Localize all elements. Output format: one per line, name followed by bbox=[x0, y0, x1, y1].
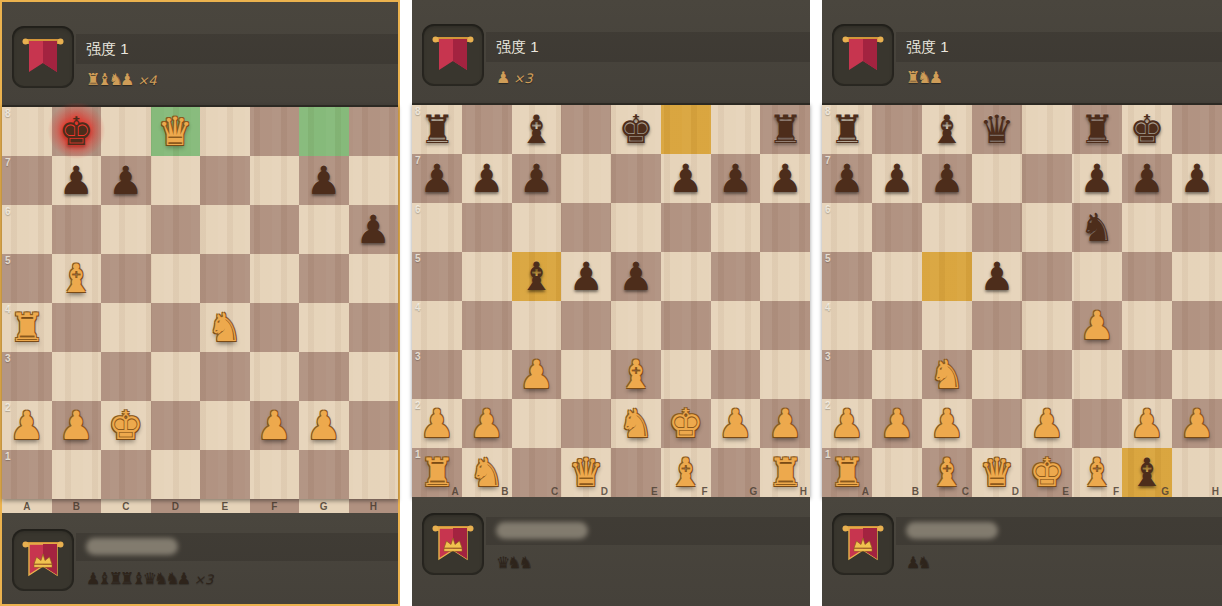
square-d4[interactable] bbox=[561, 301, 611, 350]
player-bar: ♟♝♜♜♝♛♞♞♟×3 bbox=[2, 513, 398, 604]
square-e1[interactable]: E bbox=[611, 448, 661, 497]
square-e2[interactable] bbox=[200, 401, 250, 450]
square-d5[interactable] bbox=[151, 254, 201, 303]
square-c6[interactable] bbox=[512, 203, 562, 252]
piece-black-pawn[interactable]: ♟ bbox=[512, 154, 562, 203]
square-g1[interactable]: G♝ bbox=[1122, 448, 1172, 497]
square-g2[interactable]: ♟ bbox=[1122, 399, 1172, 448]
square-g3[interactable] bbox=[1122, 350, 1172, 399]
square-d1[interactable]: D♛ bbox=[561, 448, 611, 497]
square-e7[interactable] bbox=[611, 154, 661, 203]
square-a3[interactable]: 3 bbox=[2, 352, 52, 401]
square-g5[interactable] bbox=[711, 252, 761, 301]
file-letter-strip: ABCDEFGH bbox=[2, 499, 398, 513]
square-f8[interactable] bbox=[250, 107, 300, 156]
rank-label-6: 6 bbox=[415, 204, 421, 215]
square-h8[interactable] bbox=[349, 107, 399, 156]
piece-black-pawn[interactable]: ♟ bbox=[711, 154, 761, 203]
square-a7[interactable]: 7♟ bbox=[412, 154, 462, 203]
rank-label-4: 4 bbox=[825, 302, 831, 313]
square-a2[interactable]: 2♟ bbox=[2, 401, 52, 450]
piece-black-king[interactable]: ♚ bbox=[611, 105, 661, 154]
square-d6[interactable] bbox=[561, 203, 611, 252]
square-e8[interactable]: ♚ bbox=[611, 105, 661, 154]
square-h3[interactable] bbox=[760, 350, 810, 399]
square-h6[interactable] bbox=[760, 203, 810, 252]
square-b1[interactable]: B bbox=[872, 448, 922, 497]
piece-white-rook[interactable]: ♜ bbox=[822, 448, 872, 497]
square-f8[interactable]: ♜ bbox=[1072, 105, 1122, 154]
piece-black-bishop[interactable]: ♝ bbox=[1122, 448, 1172, 497]
square-b8[interactable] bbox=[462, 105, 512, 154]
square-a2[interactable]: 2♟ bbox=[822, 399, 872, 448]
square-b1[interactable] bbox=[52, 450, 102, 499]
opponent-name: 强度 1 bbox=[896, 32, 1222, 62]
square-f1[interactable]: F♝ bbox=[1072, 448, 1122, 497]
square-f3[interactable] bbox=[250, 352, 300, 401]
opponent-avatar[interactable] bbox=[422, 24, 484, 86]
piece-black-pawn[interactable]: ♟ bbox=[872, 154, 922, 203]
square-a2[interactable]: 2♟ bbox=[412, 399, 462, 448]
square-h5[interactable] bbox=[1172, 252, 1222, 301]
square-b6[interactable] bbox=[52, 205, 102, 254]
piece-white-knight[interactable]: ♞ bbox=[922, 350, 972, 399]
square-e4[interactable]: ♞ bbox=[200, 303, 250, 352]
piece-white-bishop[interactable]: ♝ bbox=[922, 448, 972, 497]
piece-white-king[interactable]: ♚ bbox=[101, 401, 151, 450]
square-c8[interactable]: ♝ bbox=[512, 105, 562, 154]
square-d5[interactable]: ♟ bbox=[972, 252, 1022, 301]
square-d7[interactable] bbox=[972, 154, 1022, 203]
opponent-captured-row: ♜♞♟ bbox=[906, 68, 946, 87]
square-e8[interactable] bbox=[200, 107, 250, 156]
piece-black-rook[interactable]: ♜ bbox=[412, 105, 462, 154]
game-panel-2: 强度 1 ♟×3 8♜♝♚♜7♟♟♟♟♟♟65♝♟♟43♟♝2♟♟♞♚♟♟1A♜… bbox=[412, 0, 810, 606]
square-g5[interactable] bbox=[299, 254, 349, 303]
square-e5[interactable] bbox=[200, 254, 250, 303]
piece-black-pawn[interactable]: ♟ bbox=[561, 252, 611, 301]
square-c5[interactable] bbox=[101, 254, 151, 303]
square-d3[interactable] bbox=[151, 352, 201, 401]
square-e4[interactable] bbox=[1022, 301, 1072, 350]
player-bar: ♟♞ bbox=[822, 497, 1222, 606]
square-e4[interactable] bbox=[611, 301, 661, 350]
file-label-c: C bbox=[551, 486, 558, 497]
piece-black-pawn[interactable]: ♟ bbox=[760, 154, 810, 203]
square-c8[interactable]: ♝ bbox=[922, 105, 972, 154]
square-h8[interactable]: ♜ bbox=[760, 105, 810, 154]
square-a8[interactable]: 8♜ bbox=[822, 105, 872, 154]
square-a1[interactable]: 1A♜ bbox=[412, 448, 462, 497]
opponent-captured-row: ♟×3 bbox=[496, 68, 533, 87]
square-h6[interactable] bbox=[1172, 203, 1222, 252]
square-c2[interactable]: ♚ bbox=[101, 401, 151, 450]
square-b6[interactable] bbox=[872, 203, 922, 252]
piece-white-bishop[interactable]: ♝ bbox=[1072, 448, 1122, 497]
piece-black-pawn[interactable]: ♟ bbox=[462, 154, 512, 203]
piece-black-king[interactable]: ♚ bbox=[52, 107, 102, 156]
square-a8[interactable]: 8 bbox=[2, 107, 52, 156]
square-h5[interactable] bbox=[349, 254, 399, 303]
square-d6[interactable] bbox=[151, 205, 201, 254]
square-f3[interactable] bbox=[661, 350, 711, 399]
player-captured-row: ♛♞♞ bbox=[496, 553, 536, 572]
square-a5[interactable]: 5 bbox=[412, 252, 462, 301]
piece-black-pawn[interactable]: ♟ bbox=[1172, 154, 1222, 203]
square-f7[interactable]: ♟ bbox=[661, 154, 711, 203]
piece-black-bishop[interactable]: ♝ bbox=[512, 105, 562, 154]
square-a7[interactable]: 7♟ bbox=[822, 154, 872, 203]
piece-white-knight[interactable]: ♞ bbox=[462, 448, 512, 497]
piece-black-pawn[interactable]: ♟ bbox=[922, 154, 972, 203]
piece-white-rook[interactable]: ♜ bbox=[412, 448, 462, 497]
opponent-avatar[interactable] bbox=[832, 24, 894, 86]
chess-board-1[interactable]: 8♚♛7♟♟♟6♟5♝4♜♞32♟♟♚♟♟1 bbox=[2, 105, 398, 499]
piece-white-pawn[interactable]: ♟ bbox=[299, 401, 349, 450]
square-f6[interactable]: ♞ bbox=[1072, 203, 1122, 252]
square-d4[interactable] bbox=[972, 301, 1022, 350]
piece-black-knight[interactable]: ♞ bbox=[1072, 203, 1122, 252]
square-g8[interactable] bbox=[711, 105, 761, 154]
square-g6[interactable] bbox=[1122, 203, 1172, 252]
captured-multiplier: ×4 bbox=[137, 73, 156, 88]
square-c5[interactable]: ♝ bbox=[512, 252, 562, 301]
piece-white-rook[interactable]: ♜ bbox=[2, 303, 52, 352]
square-e2[interactable]: ♟ bbox=[1022, 399, 1072, 448]
piece-white-knight[interactable]: ♞ bbox=[200, 303, 250, 352]
square-b4[interactable] bbox=[52, 303, 102, 352]
square-f7[interactable] bbox=[250, 156, 300, 205]
player-name-blurred bbox=[906, 522, 998, 539]
square-h3[interactable] bbox=[1172, 350, 1222, 399]
captured-multiplier: ×3 bbox=[194, 572, 213, 587]
square-f4[interactable] bbox=[250, 303, 300, 352]
square-g3[interactable] bbox=[299, 352, 349, 401]
player-avatar[interactable] bbox=[832, 513, 894, 575]
square-f5[interactable] bbox=[250, 254, 300, 303]
square-b2[interactable]: ♟ bbox=[872, 399, 922, 448]
square-b7[interactable]: ♟ bbox=[52, 156, 102, 205]
square-c4[interactable] bbox=[922, 301, 972, 350]
square-a4[interactable]: 4♜ bbox=[2, 303, 52, 352]
square-c3[interactable]: ♟ bbox=[512, 350, 562, 399]
piece-black-rook[interactable]: ♜ bbox=[1072, 105, 1122, 154]
square-b2[interactable]: ♟ bbox=[52, 401, 102, 450]
square-h2[interactable]: ♟ bbox=[760, 399, 810, 448]
square-d7[interactable] bbox=[151, 156, 201, 205]
square-h4[interactable] bbox=[1172, 301, 1222, 350]
square-d1[interactable]: D♛ bbox=[972, 448, 1022, 497]
square-f5[interactable] bbox=[1072, 252, 1122, 301]
piece-white-pawn[interactable]: ♟ bbox=[1172, 399, 1222, 448]
square-f7[interactable]: ♟ bbox=[1072, 154, 1122, 203]
square-c1[interactable] bbox=[101, 450, 151, 499]
square-c7[interactable]: ♟ bbox=[512, 154, 562, 203]
square-f2[interactable]: ♚ bbox=[661, 399, 711, 448]
square-e3[interactable] bbox=[200, 352, 250, 401]
square-b3[interactable] bbox=[872, 350, 922, 399]
square-h1[interactable]: H bbox=[1172, 448, 1222, 497]
square-c7[interactable]: ♟ bbox=[922, 154, 972, 203]
square-c2[interactable] bbox=[512, 399, 562, 448]
piece-black-pawn[interactable]: ♟ bbox=[972, 252, 1022, 301]
square-f1[interactable]: F♝ bbox=[661, 448, 711, 497]
square-c4[interactable] bbox=[512, 301, 562, 350]
square-f1[interactable] bbox=[250, 450, 300, 499]
square-a5[interactable]: 5 bbox=[822, 252, 872, 301]
captured-multiplier: ×3 bbox=[513, 71, 532, 86]
piece-white-queen[interactable]: ♛ bbox=[151, 107, 201, 156]
square-b8[interactable] bbox=[872, 105, 922, 154]
piece-black-rook[interactable]: ♜ bbox=[822, 105, 872, 154]
square-c5[interactable] bbox=[922, 252, 972, 301]
square-h1[interactable] bbox=[349, 450, 399, 499]
square-a4[interactable]: 4 bbox=[412, 301, 462, 350]
piece-white-pawn[interactable]: ♟ bbox=[1122, 399, 1172, 448]
piece-white-pawn[interactable]: ♟ bbox=[52, 401, 102, 450]
square-d8[interactable]: ♛ bbox=[151, 107, 201, 156]
square-h3[interactable] bbox=[349, 352, 399, 401]
square-e6[interactable] bbox=[611, 203, 661, 252]
square-c2[interactable]: ♟ bbox=[922, 399, 972, 448]
square-e7[interactable] bbox=[1022, 154, 1072, 203]
square-h4[interactable] bbox=[349, 303, 399, 352]
piece-black-pawn[interactable]: ♟ bbox=[611, 252, 661, 301]
piece-white-pawn[interactable]: ♟ bbox=[512, 350, 562, 399]
piece-white-pawn[interactable]: ♟ bbox=[922, 399, 972, 448]
piece-black-king[interactable]: ♚ bbox=[1122, 105, 1172, 154]
square-c7[interactable]: ♟ bbox=[101, 156, 151, 205]
square-g1[interactable]: G bbox=[711, 448, 761, 497]
square-g4[interactable] bbox=[711, 301, 761, 350]
square-f2[interactable] bbox=[1072, 399, 1122, 448]
piece-black-pawn[interactable]: ♟ bbox=[299, 156, 349, 205]
captured-pieces: ♜♞♟ bbox=[906, 68, 940, 87]
square-h8[interactable] bbox=[1172, 105, 1222, 154]
square-a3[interactable]: 3 bbox=[412, 350, 462, 399]
square-a6[interactable]: 6 bbox=[412, 203, 462, 252]
square-b3[interactable] bbox=[52, 352, 102, 401]
square-b6[interactable] bbox=[462, 203, 512, 252]
square-a4[interactable]: 4 bbox=[822, 301, 872, 350]
square-g8[interactable]: ♚ bbox=[1122, 105, 1172, 154]
square-a3[interactable]: 3 bbox=[822, 350, 872, 399]
square-c1[interactable]: C bbox=[512, 448, 562, 497]
square-b4[interactable] bbox=[872, 301, 922, 350]
player-bar: ♛♞♞ bbox=[412, 497, 810, 606]
square-e7[interactable] bbox=[200, 156, 250, 205]
square-c6[interactable] bbox=[101, 205, 151, 254]
square-h4[interactable] bbox=[760, 301, 810, 350]
square-d6[interactable] bbox=[972, 203, 1022, 252]
square-e1[interactable]: E♚ bbox=[1022, 448, 1072, 497]
square-d2[interactable] bbox=[972, 399, 1022, 448]
piece-black-bishop[interactable]: ♝ bbox=[512, 252, 562, 301]
square-h5[interactable] bbox=[760, 252, 810, 301]
square-d3[interactable] bbox=[561, 350, 611, 399]
player-avatar[interactable] bbox=[422, 513, 484, 575]
piece-white-pawn[interactable]: ♟ bbox=[1022, 399, 1072, 448]
square-d3[interactable] bbox=[972, 350, 1022, 399]
square-c4[interactable] bbox=[101, 303, 151, 352]
file-label-h: H bbox=[349, 499, 399, 513]
square-e1[interactable] bbox=[200, 450, 250, 499]
piece-white-queen[interactable]: ♛ bbox=[561, 448, 611, 497]
square-g1[interactable] bbox=[299, 450, 349, 499]
square-d1[interactable] bbox=[151, 450, 201, 499]
square-h7[interactable] bbox=[349, 156, 399, 205]
opponent-bar: 强度 1 ♜♝♞♟×4 bbox=[2, 2, 398, 105]
file-label-e: E bbox=[200, 499, 250, 513]
square-f6[interactable] bbox=[250, 205, 300, 254]
square-e8[interactable] bbox=[1022, 105, 1072, 154]
square-b8[interactable]: ♚ bbox=[52, 107, 102, 156]
rank-label-3: 3 bbox=[415, 351, 421, 362]
square-h2[interactable] bbox=[349, 401, 399, 450]
player-name-blurred bbox=[496, 522, 588, 539]
square-g6[interactable] bbox=[299, 205, 349, 254]
piece-black-bishop[interactable]: ♝ bbox=[922, 105, 972, 154]
square-g6[interactable] bbox=[711, 203, 761, 252]
square-c3[interactable]: ♞ bbox=[922, 350, 972, 399]
square-a7[interactable]: 7 bbox=[2, 156, 52, 205]
piece-white-queen[interactable]: ♛ bbox=[972, 448, 1022, 497]
piece-black-pawn[interactable]: ♟ bbox=[101, 156, 151, 205]
square-c8[interactable] bbox=[101, 107, 151, 156]
square-h6[interactable]: ♟ bbox=[349, 205, 399, 254]
piece-black-pawn[interactable]: ♟ bbox=[661, 154, 711, 203]
square-b7[interactable]: ♟ bbox=[462, 154, 512, 203]
piece-white-pawn[interactable]: ♟ bbox=[2, 401, 52, 450]
square-f6[interactable] bbox=[661, 203, 711, 252]
piece-black-queen[interactable]: ♛ bbox=[972, 105, 1022, 154]
captured-pieces: ♛♞♞ bbox=[496, 553, 530, 572]
rank-label-8: 8 bbox=[5, 108, 11, 119]
square-g8[interactable] bbox=[299, 107, 349, 156]
captured-pieces: ♟♝♜♜♝♛♞♞♟ bbox=[86, 569, 188, 588]
rank-label-4: 4 bbox=[415, 302, 421, 313]
square-d5[interactable]: ♟ bbox=[561, 252, 611, 301]
square-e5[interactable] bbox=[1022, 252, 1072, 301]
chess-board-3[interactable]: 8♜♝♛♜♚7♟♟♟♟♟♟6♞5♟4♟3♞2♟♟♟♟♟♟1A♜BC♝D♛E♚F♝… bbox=[822, 103, 1222, 497]
piece-white-pawn[interactable]: ♟ bbox=[412, 399, 462, 448]
piece-white-king[interactable]: ♚ bbox=[661, 399, 711, 448]
square-g4[interactable] bbox=[299, 303, 349, 352]
square-a1[interactable]: 1 bbox=[2, 450, 52, 499]
piece-white-pawn[interactable]: ♟ bbox=[872, 399, 922, 448]
game-panel-3: 强度 1 ♜♞♟ 8♜♝♛♜♚7♟♟♟♟♟♟6♞5♟4♟3♞2♟♟♟♟♟♟1A♜… bbox=[822, 0, 1222, 606]
square-g7[interactable]: ♟ bbox=[711, 154, 761, 203]
square-e6[interactable] bbox=[200, 205, 250, 254]
square-c6[interactable] bbox=[922, 203, 972, 252]
square-d4[interactable] bbox=[151, 303, 201, 352]
square-e3[interactable] bbox=[1022, 350, 1072, 399]
square-g7[interactable]: ♟ bbox=[299, 156, 349, 205]
square-b5[interactable]: ♝ bbox=[52, 254, 102, 303]
piece-black-pawn[interactable]: ♟ bbox=[1122, 154, 1172, 203]
piece-white-king[interactable]: ♚ bbox=[1022, 448, 1072, 497]
piece-white-rook[interactable]: ♜ bbox=[760, 448, 810, 497]
square-a1[interactable]: 1A♜ bbox=[822, 448, 872, 497]
square-a8[interactable]: 8♜ bbox=[412, 105, 462, 154]
piece-white-pawn[interactable]: ♟ bbox=[822, 399, 872, 448]
square-h1[interactable]: H♜ bbox=[760, 448, 810, 497]
square-g4[interactable] bbox=[1122, 301, 1172, 350]
square-a6[interactable]: 6 bbox=[822, 203, 872, 252]
opponent-avatar[interactable] bbox=[12, 26, 74, 88]
square-f2[interactable]: ♟ bbox=[250, 401, 300, 450]
piece-black-pawn[interactable]: ♟ bbox=[349, 205, 399, 254]
square-d2[interactable] bbox=[561, 399, 611, 448]
piece-white-pawn[interactable]: ♟ bbox=[462, 399, 512, 448]
piece-white-pawn[interactable]: ♟ bbox=[760, 399, 810, 448]
piece-black-pawn[interactable]: ♟ bbox=[1072, 154, 1122, 203]
square-e6[interactable] bbox=[1022, 203, 1072, 252]
square-f4[interactable]: ♟ bbox=[1072, 301, 1122, 350]
square-f4[interactable] bbox=[661, 301, 711, 350]
square-b2[interactable]: ♟ bbox=[462, 399, 512, 448]
square-b4[interactable] bbox=[462, 301, 512, 350]
square-f3[interactable] bbox=[1072, 350, 1122, 399]
square-b1[interactable]: B♞ bbox=[462, 448, 512, 497]
square-g3[interactable] bbox=[711, 350, 761, 399]
square-b7[interactable]: ♟ bbox=[872, 154, 922, 203]
square-a5[interactable]: 5 bbox=[2, 254, 52, 303]
square-d8[interactable] bbox=[561, 105, 611, 154]
piece-white-pawn[interactable]: ♟ bbox=[1072, 301, 1122, 350]
piece-white-bishop[interactable]: ♝ bbox=[661, 448, 711, 497]
square-b5[interactable] bbox=[872, 252, 922, 301]
rank-label-1: 1 bbox=[5, 451, 11, 462]
square-d8[interactable]: ♛ bbox=[972, 105, 1022, 154]
piece-black-pawn[interactable]: ♟ bbox=[412, 154, 462, 203]
square-e2[interactable]: ♞ bbox=[611, 399, 661, 448]
player-name-blurred bbox=[86, 538, 178, 555]
piece-white-bishop[interactable]: ♝ bbox=[611, 350, 661, 399]
square-e5[interactable]: ♟ bbox=[611, 252, 661, 301]
square-h7[interactable]: ♟ bbox=[760, 154, 810, 203]
piece-white-bishop[interactable]: ♝ bbox=[52, 254, 102, 303]
square-b3[interactable] bbox=[462, 350, 512, 399]
square-f8[interactable] bbox=[661, 105, 711, 154]
file-label-e: E bbox=[651, 486, 658, 497]
square-c3[interactable] bbox=[101, 352, 151, 401]
piece-black-rook[interactable]: ♜ bbox=[760, 105, 810, 154]
piece-white-pawn[interactable]: ♟ bbox=[711, 399, 761, 448]
square-b5[interactable] bbox=[462, 252, 512, 301]
piece-black-pawn[interactable]: ♟ bbox=[52, 156, 102, 205]
file-label-h: H bbox=[1212, 486, 1219, 497]
piece-white-knight[interactable]: ♞ bbox=[611, 399, 661, 448]
square-c1[interactable]: C♝ bbox=[922, 448, 972, 497]
piece-white-pawn[interactable]: ♟ bbox=[250, 401, 300, 450]
chess-board-2[interactable]: 8♜♝♚♜7♟♟♟♟♟♟65♝♟♟43♟♝2♟♟♞♚♟♟1A♜B♞CD♛EF♝G… bbox=[412, 103, 810, 497]
piece-black-pawn[interactable]: ♟ bbox=[822, 154, 872, 203]
rank-label-3: 3 bbox=[825, 351, 831, 362]
square-a6[interactable]: 6 bbox=[2, 205, 52, 254]
square-g2[interactable]: ♟ bbox=[711, 399, 761, 448]
square-h2[interactable]: ♟ bbox=[1172, 399, 1222, 448]
square-g7[interactable]: ♟ bbox=[1122, 154, 1172, 203]
square-g2[interactable]: ♟ bbox=[299, 401, 349, 450]
square-e3[interactable]: ♝ bbox=[611, 350, 661, 399]
square-d7[interactable] bbox=[561, 154, 611, 203]
player-avatar[interactable] bbox=[12, 529, 74, 591]
square-d2[interactable] bbox=[151, 401, 201, 450]
square-h7[interactable]: ♟ bbox=[1172, 154, 1222, 203]
square-f5[interactable] bbox=[661, 252, 711, 301]
square-g5[interactable] bbox=[1122, 252, 1172, 301]
